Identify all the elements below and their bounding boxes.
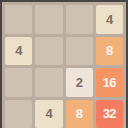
empty-cell: [35, 68, 62, 97]
tile-8: 8: [96, 37, 123, 66]
tile-4: 4: [96, 5, 123, 34]
tile-32: 32: [96, 100, 123, 129]
empty-cell: [66, 37, 93, 66]
tile-16: 16: [96, 68, 123, 97]
empty-cell: [35, 37, 62, 66]
empty-cell: [5, 5, 32, 34]
tile-4: 4: [35, 100, 62, 129]
tile-8: 8: [66, 100, 93, 129]
empty-cell: [35, 5, 62, 34]
empty-cell: [66, 5, 93, 34]
board-2048[interactable]: 4482164832: [0, 0, 128, 128]
tile-4: 4: [5, 37, 32, 66]
empty-cell: [5, 100, 32, 129]
empty-cell: [5, 68, 32, 97]
tile-2: 2: [66, 68, 93, 97]
